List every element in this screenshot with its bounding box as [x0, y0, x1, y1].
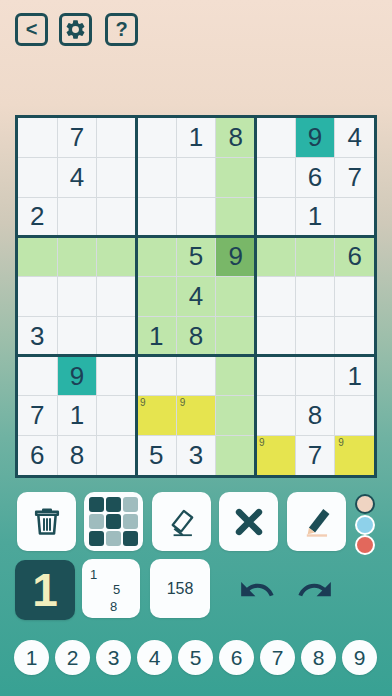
color-grid-square	[106, 497, 121, 512]
cell-value: 7	[30, 400, 44, 431]
cell-r3c7[interactable]	[256, 198, 295, 237]
cell-r3c4[interactable]	[137, 198, 176, 237]
cell-r3c6[interactable]	[216, 198, 255, 237]
cell-value: 4	[189, 281, 203, 312]
cell-value: 6	[347, 241, 361, 272]
cell-value: 4	[70, 162, 84, 193]
eraser-icon	[164, 504, 200, 540]
cell-r7c2[interactable]: 9	[58, 357, 97, 396]
cell-value: 1	[149, 321, 163, 352]
cell-r3c3[interactable]	[97, 198, 136, 237]
sudoku-board: 7189446721596431891719986853979	[15, 115, 377, 478]
cell-r6c6[interactable]	[216, 317, 255, 356]
cell-r9c9[interactable]: 9	[335, 436, 374, 475]
numpad-button-1[interactable]: 1	[14, 640, 49, 675]
cell-r9c4[interactable]: 5	[137, 436, 176, 475]
cell-r2c4[interactable]	[137, 158, 176, 197]
numpad-button-9[interactable]: 9	[342, 640, 377, 675]
cell-r8c4[interactable]: 9	[137, 396, 176, 435]
numpad-button-2[interactable]: 2	[55, 640, 90, 675]
cell-value: 8	[228, 122, 242, 153]
cell-r2c9[interactable]: 7	[335, 158, 374, 197]
cell-value: 3	[189, 440, 203, 471]
corner-note-digit: 1	[90, 567, 97, 582]
pencil-icon	[299, 504, 335, 540]
cell-r9c3[interactable]	[97, 436, 136, 475]
cell-r7c9[interactable]: 1	[335, 357, 374, 396]
cell-value: 8	[189, 321, 203, 352]
center-notes-mode-button[interactable]: 158	[150, 559, 210, 618]
number-pad: 123456789	[0, 640, 392, 676]
cell-r3c8[interactable]: 1	[296, 198, 335, 237]
cell-r1c1[interactable]	[18, 118, 57, 157]
cell-r7c6[interactable]	[216, 357, 255, 396]
cell-r9c1[interactable]: 6	[18, 436, 57, 475]
color-paint-button[interactable]	[84, 492, 143, 551]
cell-r5c9[interactable]	[335, 277, 374, 316]
color-grid-square	[89, 497, 104, 512]
cell-r4c3[interactable]	[97, 237, 136, 276]
cell-r3c1[interactable]: 2	[18, 198, 57, 237]
cell-r5c2[interactable]	[58, 277, 97, 316]
cell-r5c7[interactable]	[256, 277, 295, 316]
cell-r8c3[interactable]	[97, 396, 136, 435]
cell-r1c3[interactable]	[97, 118, 136, 157]
color-grid-square	[106, 514, 121, 529]
cell-r8c6[interactable]	[216, 396, 255, 435]
delete-button[interactable]	[17, 492, 76, 551]
settings-button[interactable]	[59, 13, 92, 46]
cell-r6c4[interactable]: 1	[137, 317, 176, 356]
sudoku-grid: 7189446721596431891719986853979	[18, 118, 374, 475]
cell-value: 7	[70, 122, 84, 153]
cell-r6c5[interactable]: 8	[177, 317, 216, 356]
cell-r6c9[interactable]	[335, 317, 374, 356]
cell-value: 9	[308, 122, 322, 153]
back-button[interactable]: <	[15, 13, 48, 46]
cell-r8c8[interactable]: 8	[296, 396, 335, 435]
color-grid-square	[89, 514, 104, 529]
cell-r5c1[interactable]	[18, 277, 57, 316]
cell-r3c2[interactable]	[58, 198, 97, 237]
cell-r7c7[interactable]	[256, 357, 295, 396]
cell-r1c5[interactable]: 1	[177, 118, 216, 157]
corner-pencil-mark: 9	[140, 397, 146, 408]
numpad-button-8[interactable]: 8	[301, 640, 336, 675]
numpad-button-6[interactable]: 6	[219, 640, 254, 675]
cell-r8c7[interactable]	[256, 396, 295, 435]
cell-r4c2[interactable]	[58, 237, 97, 276]
cell-r8c5[interactable]: 9	[177, 396, 216, 435]
cell-r2c5[interactable]	[177, 158, 216, 197]
cell-r6c2[interactable]	[58, 317, 97, 356]
corner-pencil-mark: 9	[338, 437, 344, 448]
corner-pencil-mark: 9	[180, 397, 186, 408]
cell-r3c5[interactable]	[177, 198, 216, 237]
clear-cell-button[interactable]	[219, 492, 278, 551]
cell-r4c9[interactable]: 6	[335, 237, 374, 276]
cell-r2c8[interactable]: 6	[296, 158, 335, 197]
cell-r4c5[interactable]: 5	[177, 237, 216, 276]
color-grid-icon	[89, 497, 138, 546]
cell-r8c1[interactable]: 7	[18, 396, 57, 435]
cell-r2c3[interactable]	[97, 158, 136, 197]
x-icon	[232, 505, 266, 539]
cell-value: 7	[347, 162, 361, 193]
help-button[interactable]: ?	[105, 13, 138, 46]
cell-r1c8[interactable]: 9	[296, 118, 335, 157]
cell-r8c9[interactable]	[335, 396, 374, 435]
corner-note-digit: 8	[110, 599, 117, 614]
cell-r4c7[interactable]	[256, 237, 295, 276]
cell-r9c6[interactable]	[216, 436, 255, 475]
cell-r5c8[interactable]	[296, 277, 335, 316]
cell-r4c8[interactable]	[296, 237, 335, 276]
cell-r7c1[interactable]	[18, 357, 57, 396]
cell-r9c8[interactable]: 7	[296, 436, 335, 475]
color-grid-square	[123, 497, 138, 512]
cell-value: 1	[347, 361, 361, 392]
cell-r9c7[interactable]: 9	[256, 436, 295, 475]
cell-value: 5	[149, 440, 163, 471]
cell-r2c1[interactable]	[18, 158, 57, 197]
cell-r1c9[interactable]: 4	[335, 118, 374, 157]
cell-value: 9	[228, 241, 242, 272]
color-dot-blue[interactable]	[355, 515, 375, 535]
cell-r4c6[interactable]: 9	[216, 237, 255, 276]
trash-icon	[29, 504, 65, 540]
cell-r6c3[interactable]	[97, 317, 136, 356]
color-dot-peach[interactable]	[355, 494, 375, 514]
cell-r6c1[interactable]: 3	[18, 317, 57, 356]
corner-pencil-mark: 9	[259, 437, 265, 448]
cell-r1c7[interactable]	[256, 118, 295, 157]
cell-r4c4[interactable]	[137, 237, 176, 276]
cell-value: 6	[308, 162, 322, 193]
numpad-button-7[interactable]: 7	[260, 640, 295, 675]
gear-icon	[64, 18, 87, 41]
cell-r6c7[interactable]	[256, 317, 295, 356]
cell-value: 6	[30, 440, 44, 471]
cell-r4c1[interactable]	[18, 237, 57, 276]
cell-value: 8	[308, 400, 322, 431]
cell-r7c8[interactable]	[296, 357, 335, 396]
corner-note-digit: 5	[113, 582, 120, 597]
undo-icon	[238, 574, 278, 606]
cell-value: 1	[70, 400, 84, 431]
numpad-button-4[interactable]: 4	[137, 640, 172, 675]
cell-value: 1	[189, 122, 203, 153]
cell-r1c2[interactable]: 7	[58, 118, 97, 157]
numpad-button-3[interactable]: 3	[96, 640, 131, 675]
corner-notes-mode-button[interactable]: 1 5 8	[82, 559, 140, 618]
cell-r9c5[interactable]: 3	[177, 436, 216, 475]
color-grid-square	[89, 531, 104, 546]
cell-value: 5	[189, 241, 203, 272]
cell-r3c9[interactable]	[335, 198, 374, 237]
cell-value: 1	[308, 201, 322, 232]
cell-r9c2[interactable]: 8	[58, 436, 97, 475]
cell-value: 3	[30, 321, 44, 352]
cell-r2c7[interactable]	[256, 158, 295, 197]
cell-r2c6[interactable]	[216, 158, 255, 197]
pencil-mode-button[interactable]	[287, 492, 346, 551]
cell-value: 8	[70, 440, 84, 471]
cell-value: 4	[347, 122, 361, 153]
redo-icon	[296, 574, 336, 606]
color-grid-square	[123, 531, 138, 546]
cell-value: 9	[70, 361, 84, 392]
undo-button[interactable]	[238, 572, 278, 608]
cell-value: 7	[308, 440, 322, 471]
cell-r1c6[interactable]: 8	[216, 118, 255, 157]
cell-r2c2[interactable]: 4	[58, 158, 97, 197]
cell-r6c8[interactable]	[296, 317, 335, 356]
color-grid-square	[123, 514, 138, 529]
cell-r7c4[interactable]	[137, 357, 176, 396]
cell-r5c6[interactable]	[216, 277, 255, 316]
cell-r7c3[interactable]	[97, 357, 136, 396]
color-dot-red[interactable]	[355, 535, 375, 555]
eraser-button[interactable]	[152, 492, 211, 551]
numpad-button-5[interactable]: 5	[178, 640, 213, 675]
cell-r5c5[interactable]: 4	[177, 277, 216, 316]
cell-value: 2	[30, 201, 44, 232]
redo-button[interactable]	[296, 572, 336, 608]
cell-r5c4[interactable]	[137, 277, 176, 316]
color-grid-square	[106, 531, 121, 546]
cell-r7c5[interactable]	[177, 357, 216, 396]
cell-r8c2[interactable]: 1	[58, 396, 97, 435]
cell-r5c3[interactable]	[97, 277, 136, 316]
cell-r1c4[interactable]	[137, 118, 176, 157]
big-number-mode-button[interactable]: 1	[15, 560, 75, 620]
